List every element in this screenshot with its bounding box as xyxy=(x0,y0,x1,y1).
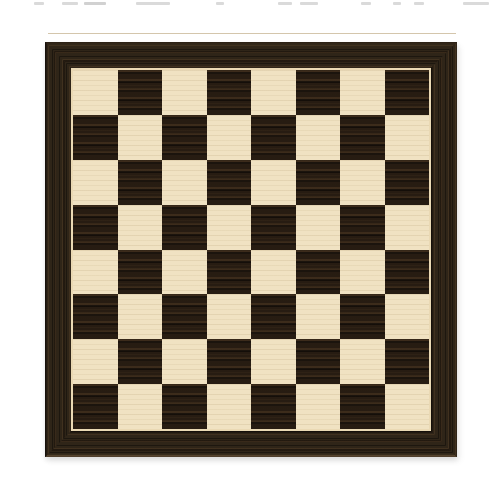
square-e6 xyxy=(251,160,296,205)
square-f3 xyxy=(296,294,341,339)
square-a8 xyxy=(73,70,118,115)
square-b3 xyxy=(118,294,163,339)
square-h2 xyxy=(385,339,430,384)
square-d5 xyxy=(207,205,252,250)
square-f5 xyxy=(296,205,341,250)
square-e4 xyxy=(251,250,296,295)
crop-artifact xyxy=(84,2,106,5)
square-b1 xyxy=(118,384,163,429)
square-d3 xyxy=(207,294,252,339)
square-c6 xyxy=(162,160,207,205)
square-d2 xyxy=(207,339,252,384)
square-c2 xyxy=(162,339,207,384)
crop-artifact xyxy=(216,2,224,5)
frame-rail-left xyxy=(45,42,71,457)
crop-artifact xyxy=(136,2,170,5)
square-d8 xyxy=(207,70,252,115)
square-e3 xyxy=(251,294,296,339)
square-h1 xyxy=(385,384,430,429)
square-e1 xyxy=(251,384,296,429)
square-g6 xyxy=(340,160,385,205)
square-c5 xyxy=(162,205,207,250)
square-e8 xyxy=(251,70,296,115)
square-f1 xyxy=(296,384,341,429)
crop-artifact xyxy=(62,2,78,5)
square-b7 xyxy=(118,115,163,160)
square-a5 xyxy=(73,205,118,250)
square-e2 xyxy=(251,339,296,384)
frame-rail-top xyxy=(45,42,457,68)
frame-rail-right xyxy=(431,42,457,457)
crop-artifact xyxy=(361,2,371,5)
square-e5 xyxy=(251,205,296,250)
square-c1 xyxy=(162,384,207,429)
square-b5 xyxy=(118,205,163,250)
square-h7 xyxy=(385,115,430,160)
square-f6 xyxy=(296,160,341,205)
square-b2 xyxy=(118,339,163,384)
maple-inlay-border xyxy=(71,68,431,431)
crop-artifact xyxy=(278,2,292,5)
board-grid xyxy=(73,70,429,429)
chess-board xyxy=(45,42,457,457)
square-d4 xyxy=(207,250,252,295)
square-g4 xyxy=(340,250,385,295)
square-f4 xyxy=(296,250,341,295)
square-c8 xyxy=(162,70,207,115)
square-g7 xyxy=(340,115,385,160)
board-back-edge xyxy=(48,33,456,34)
square-c7 xyxy=(162,115,207,160)
square-h8 xyxy=(385,70,430,115)
square-g2 xyxy=(340,339,385,384)
square-h6 xyxy=(385,160,430,205)
square-f2 xyxy=(296,339,341,384)
square-d1 xyxy=(207,384,252,429)
crop-artifact xyxy=(463,2,489,5)
crop-artifact xyxy=(414,2,424,5)
frame-rail-bottom xyxy=(45,431,457,457)
square-g1 xyxy=(340,384,385,429)
square-b6 xyxy=(118,160,163,205)
square-c4 xyxy=(162,250,207,295)
square-e7 xyxy=(251,115,296,160)
square-c3 xyxy=(162,294,207,339)
crop-artifact xyxy=(393,2,401,5)
square-d6 xyxy=(207,160,252,205)
square-g8 xyxy=(340,70,385,115)
square-a7 xyxy=(73,115,118,160)
square-a3 xyxy=(73,294,118,339)
square-a1 xyxy=(73,384,118,429)
square-g5 xyxy=(340,205,385,250)
square-b4 xyxy=(118,250,163,295)
square-g3 xyxy=(340,294,385,339)
square-h5 xyxy=(385,205,430,250)
square-f7 xyxy=(296,115,341,160)
square-f8 xyxy=(296,70,341,115)
square-a6 xyxy=(73,160,118,205)
square-a2 xyxy=(73,339,118,384)
square-h4 xyxy=(385,250,430,295)
crop-artifact xyxy=(34,2,44,5)
square-b8 xyxy=(118,70,163,115)
square-d7 xyxy=(207,115,252,160)
crop-artifact xyxy=(300,2,318,5)
square-h3 xyxy=(385,294,430,339)
square-a4 xyxy=(73,250,118,295)
